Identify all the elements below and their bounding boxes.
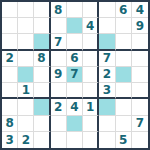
cell-r5c6-empty[interactable] [83,67,99,83]
cell-r9c1-given-3[interactable]: 3 [2,132,18,148]
cell-r2c7-empty[interactable] [99,18,115,34]
cell-r5c3-empty[interactable] [34,67,50,83]
cell-r5c2-empty[interactable] [18,67,34,83]
cell-r4c9-empty[interactable] [132,51,148,67]
cell-r3c8-empty[interactable] [116,34,132,50]
cell-r3c5-empty[interactable] [67,34,83,50]
cell-r9c3-empty[interactable] [34,132,50,148]
cell-r3c7-empty[interactable] [99,34,115,50]
cell-r5c4-given-9[interactable]: 9 [51,67,67,83]
cell-r7c9-empty[interactable] [132,99,148,115]
cell-r4c7-given-7[interactable]: 7 [99,51,115,67]
cell-r8c3-empty[interactable] [34,116,50,132]
cell-r6c5-empty[interactable] [67,83,83,99]
cell-r2c1-empty[interactable] [2,18,18,34]
cell-r2c5-empty[interactable] [67,18,83,34]
cell-r8c8-empty[interactable] [116,116,132,132]
cell-r6c7-given-3[interactable]: 3 [99,83,115,99]
cell-r9c6-empty[interactable] [83,132,99,148]
cell-r1c4-given-8[interactable]: 8 [51,2,67,18]
cell-r1c8-given-6[interactable]: 6 [116,2,132,18]
sudoku-board: 86449728679721324187325 [0,0,150,150]
cell-r8c5-empty[interactable] [67,116,83,132]
cell-r3c1-empty[interactable] [2,34,18,50]
cell-r7c2-empty[interactable] [18,99,34,115]
cell-r4c2-empty[interactable] [18,51,34,67]
cell-r2c9-given-9[interactable]: 9 [132,18,148,34]
cell-r1c6-empty[interactable] [83,2,99,18]
cell-r7c4-given-2[interactable]: 2 [51,99,67,115]
cell-r6c6-empty[interactable] [83,83,99,99]
cell-r1c3-empty[interactable] [34,2,50,18]
cell-r5c8-empty[interactable] [116,67,132,83]
cell-r5c1-empty[interactable] [2,67,18,83]
cell-r7c1-empty[interactable] [2,99,18,115]
cell-r3c9-empty[interactable] [132,34,148,50]
sudoku-app: 86449728679721324187325 [0,0,150,150]
cell-r2c2-empty[interactable] [18,18,34,34]
cell-r3c3-empty[interactable] [34,34,50,50]
cell-r9c7-empty[interactable] [99,132,115,148]
cell-r3c2-empty[interactable] [18,34,34,50]
cell-r7c6-given-1[interactable]: 1 [83,99,99,115]
cell-r1c5-empty[interactable] [67,2,83,18]
cell-r5c5-given-7[interactable]: 7 [67,67,83,83]
cell-r3c6-empty[interactable] [83,34,99,50]
cell-r2c6-given-4[interactable]: 4 [83,18,99,34]
cell-r9c2-given-2[interactable]: 2 [18,132,34,148]
cell-r6c3-empty[interactable] [34,83,50,99]
cell-r9c4-empty[interactable] [51,132,67,148]
cell-r1c9-given-4[interactable]: 4 [132,2,148,18]
cell-r3c4-given-7[interactable]: 7 [51,34,67,50]
cell-r2c4-empty[interactable] [51,18,67,34]
cell-r6c2-given-1[interactable]: 1 [18,83,34,99]
cell-r4c8-empty[interactable] [116,51,132,67]
cell-r6c9-empty[interactable] [132,83,148,99]
cell-r4c1-given-2[interactable]: 2 [2,51,18,67]
cell-r7c7-empty[interactable] [99,99,115,115]
cell-r4c5-given-6[interactable]: 6 [67,51,83,67]
cell-r8c9-given-7[interactable]: 7 [132,116,148,132]
cell-r9c5-empty[interactable] [67,132,83,148]
cell-r6c1-empty[interactable] [2,83,18,99]
cell-r7c8-empty[interactable] [116,99,132,115]
cell-r1c2-empty[interactable] [18,2,34,18]
cell-r8c1-given-8[interactable]: 8 [2,116,18,132]
cell-r5c7-given-2[interactable]: 2 [99,67,115,83]
cell-r9c9-empty[interactable] [132,132,148,148]
cell-r7c5-given-4[interactable]: 4 [67,99,83,115]
cell-r5c9-empty[interactable] [132,67,148,83]
cell-r6c8-empty[interactable] [116,83,132,99]
cell-r1c1-empty[interactable] [2,2,18,18]
cell-r4c6-empty[interactable] [83,51,99,67]
cell-r2c8-empty[interactable] [116,18,132,34]
cell-r6c4-empty[interactable] [51,83,67,99]
cell-r4c4-empty[interactable] [51,51,67,67]
cell-r9c8-given-5[interactable]: 5 [116,132,132,148]
cell-r8c2-empty[interactable] [18,116,34,132]
cell-r8c7-empty[interactable] [99,116,115,132]
cell-r1c7-empty[interactable] [99,2,115,18]
cell-r4c3-given-8[interactable]: 8 [34,51,50,67]
cell-r8c4-empty[interactable] [51,116,67,132]
cell-r7c3-empty[interactable] [34,99,50,115]
cell-r8c6-empty[interactable] [83,116,99,132]
cell-r2c3-empty[interactable] [34,18,50,34]
